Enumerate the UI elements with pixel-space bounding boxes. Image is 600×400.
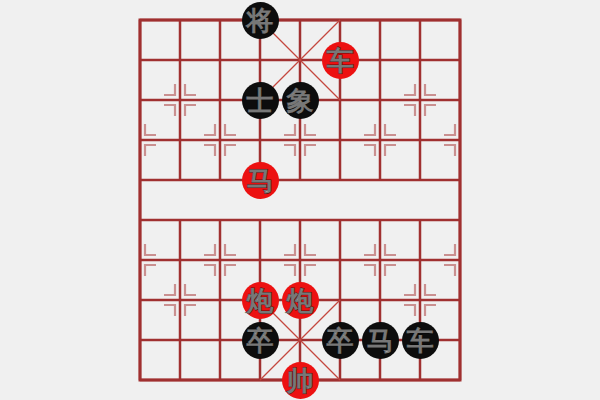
piece-black-advisor[interactable]: 士: [242, 82, 279, 119]
piece-black-general[interactable]: 将: [242, 2, 279, 39]
piece-red-horse[interactable]: 马: [242, 162, 279, 199]
piece-black-chariot[interactable]: 车: [402, 322, 439, 359]
piece-red-general[interactable]: 帅: [282, 362, 319, 399]
piece-black-elephant[interactable]: 象: [282, 82, 319, 119]
piece-black-soldier-2[interactable]: 卒: [322, 322, 359, 359]
xiangqi-app: 将车士象马炮炮卒卒马车帅: [0, 0, 600, 400]
piece-black-soldier-1[interactable]: 卒: [242, 322, 279, 359]
piece-black-horse[interactable]: 马: [362, 322, 399, 359]
board-grid: 将车士象马炮炮卒卒马车帅: [120, 0, 480, 400]
piece-red-cannon-1[interactable]: 炮: [242, 282, 279, 319]
piece-red-chariot[interactable]: 车: [322, 42, 359, 79]
piece-red-cannon-2[interactable]: 炮: [282, 282, 319, 319]
